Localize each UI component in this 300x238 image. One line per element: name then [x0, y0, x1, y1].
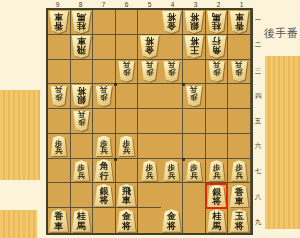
piece-kanji: 歩兵	[146, 61, 154, 77]
shogi-piece-3四[interactable]: 歩兵	[186, 86, 203, 107]
piece-kanji: 歩兵	[168, 61, 176, 77]
file-label-2: 2	[207, 0, 230, 8]
shogi-piece-5七[interactable]: 歩兵	[141, 160, 158, 181]
board-cell-8九: 桂馬	[71, 208, 94, 233]
piece-body: 歩兵	[208, 160, 225, 181]
turn-indicator: 後手番	[262, 26, 300, 41]
piece-body: 銀将	[94, 184, 114, 207]
board-cell-7一	[93, 10, 116, 35]
board-cell-9八	[48, 183, 71, 208]
piece-kanji: 金将	[167, 11, 176, 31]
board-cell-4二	[161, 35, 184, 60]
shogi-piece-4九[interactable]: 金将	[162, 209, 182, 232]
shogi-piece-7四[interactable]: 歩兵	[95, 86, 112, 107]
shogi-piece-2九[interactable]: 桂馬	[207, 209, 227, 232]
piece-kanji: 歩兵	[123, 61, 131, 77]
file-coordinates: 987654321	[46, 0, 253, 8]
shogi-piece-2三[interactable]: 歩兵	[208, 61, 225, 82]
piece-kanji: 角行	[99, 162, 108, 182]
piece-kanji: 歩兵	[78, 164, 86, 180]
shogi-app: 987654321 一二三四五六七八九 後手番 香車桂馬金将銀将桂馬香車飛車金将…	[0, 0, 300, 238]
board-cell-6八: 飛車	[116, 183, 139, 208]
board-cell-8二: 飛車	[71, 35, 94, 60]
board-cell-2一: 桂馬	[206, 10, 229, 35]
piece-body: 銀将	[207, 185, 227, 208]
piece-kanji: 飛車	[77, 35, 86, 55]
board-cell-4一: 金将	[161, 10, 184, 35]
piece-kanji: 香車	[54, 212, 63, 232]
piece-body: 歩兵	[163, 61, 180, 82]
shogi-piece-6九[interactable]: 金将	[116, 209, 136, 232]
rank-label-五: 五	[253, 109, 264, 134]
shogi-piece-8五[interactable]: 歩兵	[73, 111, 90, 132]
board-cell-9三	[48, 60, 71, 85]
piece-body: 歩兵	[95, 86, 112, 107]
shogi-piece-2一[interactable]: 桂馬	[207, 11, 227, 34]
shogi-piece-2二[interactable]: 角行	[207, 35, 227, 58]
piece-body: 歩兵	[118, 61, 135, 82]
piece-kanji: 飛車	[122, 187, 131, 207]
rank-label-九: 九	[253, 210, 264, 235]
piece-body: 角行	[207, 35, 227, 58]
board-cell-8七: 歩兵	[71, 159, 94, 184]
board-cell-2四	[206, 84, 229, 109]
file-label-1: 1	[230, 0, 253, 8]
piece-body: 玉将	[229, 209, 249, 232]
board-cell-9四: 歩兵	[48, 84, 71, 109]
shogi-piece-3二[interactable]: 王将	[184, 35, 204, 58]
file-label-7: 7	[92, 0, 115, 8]
piece-kanji: 香車	[235, 188, 244, 208]
board-cell-4五	[161, 109, 184, 134]
piece-kanji: 歩兵	[168, 164, 176, 180]
rank-label-八: 八	[253, 185, 264, 210]
file-label-3: 3	[184, 0, 207, 8]
board-cell-6二	[116, 35, 139, 60]
board-cell-7六: 歩兵	[93, 134, 116, 159]
piece-kanji: 香車	[54, 11, 63, 31]
piece-body: 歩兵	[50, 136, 67, 157]
board-cell-5九	[138, 208, 161, 233]
shogi-board: 香車桂馬金将銀将桂馬香車飛車金将王将角行歩兵歩兵歩兵歩兵歩兵歩兵銀将歩兵歩兵歩兵…	[46, 8, 253, 235]
board-cell-5一	[138, 10, 161, 35]
board-cell-7八: 銀将	[93, 183, 116, 208]
board-cell-4八	[161, 183, 184, 208]
rank-label-四: 四	[253, 84, 264, 109]
shogi-piece-2七[interactable]: 歩兵	[208, 160, 225, 181]
board-cell-3八	[183, 183, 206, 208]
piece-kanji: 歩兵	[55, 86, 63, 102]
shogi-piece-8四[interactable]: 銀将	[71, 85, 91, 108]
piece-kanji: 銀将	[99, 187, 108, 207]
piece-body: 角行	[94, 159, 114, 182]
board-cell-8一: 桂馬	[71, 10, 94, 35]
shogi-piece-5三[interactable]: 歩兵	[141, 61, 158, 82]
piece-kanji: 銀将	[190, 11, 199, 31]
board-cell-3九	[183, 208, 206, 233]
piece-body: 桂馬	[71, 11, 91, 34]
board-cell-3一: 銀将	[183, 10, 206, 35]
piece-body: 歩兵	[141, 61, 158, 82]
shogi-piece-9六[interactable]: 歩兵	[50, 136, 67, 157]
board-cell-9九: 香車	[48, 208, 71, 233]
shogi-piece-8七[interactable]: 歩兵	[73, 160, 90, 181]
piece-kanji: 金将	[145, 35, 154, 55]
piece-body: 香車	[229, 11, 249, 34]
board-cell-2六	[206, 134, 229, 159]
board-cell-4四	[161, 84, 184, 109]
board-cell-1九: 玉将	[228, 208, 251, 233]
board-cell-4七: 歩兵	[161, 159, 184, 184]
board-cell-2八: 銀将	[206, 183, 229, 208]
shogi-piece-1七[interactable]: 歩兵	[231, 160, 248, 181]
board-cell-7九	[93, 208, 116, 233]
piece-body: 金将	[162, 209, 182, 232]
gote-komadai-left	[0, 90, 40, 180]
shogi-piece-6三[interactable]: 歩兵	[118, 61, 135, 82]
shogi-piece-9一[interactable]: 香車	[49, 11, 69, 34]
shogi-piece-1三[interactable]: 歩兵	[231, 61, 248, 82]
piece-body: 歩兵	[163, 160, 180, 181]
rank-label-六: 六	[253, 134, 264, 159]
shogi-piece-3七[interactable]: 歩兵	[186, 160, 203, 181]
board-cell-5二: 金将	[138, 35, 161, 60]
board-cell-1五	[228, 109, 251, 134]
piece-kanji: 銀将	[77, 85, 86, 105]
piece-body: 歩兵	[186, 160, 203, 181]
piece-body: 金将	[162, 11, 182, 34]
piece-body: 歩兵	[186, 86, 203, 107]
shogi-piece-7六[interactable]: 歩兵	[95, 136, 112, 157]
shogi-piece-7八[interactable]: 銀将	[94, 184, 114, 207]
piece-kanji: 歩兵	[146, 164, 154, 180]
board-cell-4九: 金将	[161, 208, 184, 233]
board-cell-6五	[116, 109, 139, 134]
piece-body: 王将	[184, 35, 204, 58]
board-cell-8四: 銀将	[71, 84, 94, 109]
shogi-piece-1一[interactable]: 香車	[229, 11, 249, 34]
board-cell-1六	[228, 134, 251, 159]
shogi-piece-8一[interactable]: 桂馬	[71, 11, 91, 34]
piece-kanji: 歩兵	[123, 140, 131, 156]
piece-body: 歩兵	[73, 160, 90, 181]
board-cell-6四	[116, 84, 139, 109]
board-cell-1八: 香車	[228, 183, 251, 208]
board-cell-5八	[138, 183, 161, 208]
piece-kanji: 桂馬	[212, 11, 221, 31]
piece-kanji: 王将	[190, 35, 199, 55]
board-cell-6一	[116, 10, 139, 35]
hoshi-dot	[114, 158, 117, 161]
piece-body: 歩兵	[231, 160, 248, 181]
piece-body: 銀将	[184, 11, 204, 34]
shogi-piece-7七[interactable]: 角行	[94, 159, 114, 182]
board-cell-3二: 王将	[183, 35, 206, 60]
shogi-piece-2八[interactable]: 銀将	[207, 185, 227, 208]
shogi-piece-6六[interactable]: 歩兵	[118, 136, 135, 157]
board-cell-6七	[116, 159, 139, 184]
board-cell-1三: 歩兵	[228, 60, 251, 85]
piece-body: 歩兵	[141, 160, 158, 181]
piece-body: 桂馬	[71, 209, 91, 232]
piece-kanji: 銀将	[212, 188, 221, 208]
board-cell-3五	[183, 109, 206, 134]
piece-body: 香車	[49, 209, 69, 232]
piece-kanji: 歩兵	[55, 140, 63, 156]
piece-body: 香車	[49, 11, 69, 34]
board-cell-7二	[93, 35, 116, 60]
piece-kanji: 桂馬	[77, 11, 86, 31]
board-cell-2九: 桂馬	[206, 208, 229, 233]
board-cell-8五: 歩兵	[71, 109, 94, 134]
shogi-piece-6八[interactable]: 飛車	[116, 184, 136, 207]
board-cell-3三	[183, 60, 206, 85]
piece-body: 歩兵	[231, 61, 248, 82]
rank-label-三: 三	[253, 58, 264, 83]
board-cell-7七: 角行	[93, 159, 116, 184]
board-cell-2二: 角行	[206, 35, 229, 60]
hoshi-dot	[182, 83, 185, 86]
board-cell-6六: 歩兵	[116, 134, 139, 159]
piece-kanji: 香車	[235, 11, 244, 31]
file-label-6: 6	[115, 0, 138, 8]
board-cell-8八	[71, 183, 94, 208]
file-label-9: 9	[46, 0, 69, 8]
piece-body: 歩兵	[95, 136, 112, 157]
piece-kanji: 玉将	[235, 212, 244, 232]
sente-komadai-left	[0, 210, 37, 238]
piece-body: 金将	[139, 35, 159, 58]
piece-body: 桂馬	[207, 209, 227, 232]
piece-body: 歩兵	[73, 111, 90, 132]
shogi-piece-8二[interactable]: 飛車	[71, 35, 91, 58]
board-cell-6九: 金将	[116, 208, 139, 233]
shogi-piece-4七[interactable]: 歩兵	[163, 160, 180, 181]
piece-kanji: 歩兵	[190, 164, 198, 180]
piece-kanji: 角行	[212, 35, 221, 55]
piece-body: 銀将	[71, 85, 91, 108]
board-cell-1一: 香車	[228, 10, 251, 35]
board-cell-6三: 歩兵	[116, 60, 139, 85]
piece-kanji: 歩兵	[235, 61, 243, 77]
piece-kanji: 金将	[167, 212, 176, 232]
shogi-piece-9九[interactable]: 香車	[49, 209, 69, 232]
komadai-right	[265, 56, 300, 229]
board-cell-8六	[71, 134, 94, 159]
board-cell-5七: 歩兵	[138, 159, 161, 184]
board-cell-9七	[48, 159, 71, 184]
shogi-piece-5二[interactable]: 金将	[139, 35, 159, 58]
piece-kanji: 歩兵	[213, 164, 221, 180]
shogi-piece-4一[interactable]: 金将	[162, 11, 182, 34]
board-cell-4三: 歩兵	[161, 60, 184, 85]
board-cell-1二	[228, 35, 251, 60]
piece-kanji: 桂馬	[212, 212, 221, 232]
shogi-piece-9四[interactable]: 歩兵	[50, 86, 67, 107]
board-cell-9五	[48, 109, 71, 134]
file-label-8: 8	[69, 0, 92, 8]
board-cell-5三: 歩兵	[138, 60, 161, 85]
piece-kanji: 歩兵	[190, 86, 198, 102]
piece-body: 香車	[229, 185, 249, 208]
board-cell-2五	[206, 109, 229, 134]
piece-kanji: 歩兵	[100, 86, 108, 102]
piece-body: 歩兵	[208, 61, 225, 82]
board-cell-2七: 歩兵	[206, 159, 229, 184]
piece-kanji: 歩兵	[213, 61, 221, 77]
piece-kanji: 歩兵	[78, 111, 86, 127]
board-cell-5六	[138, 134, 161, 159]
piece-body: 飛車	[116, 184, 136, 207]
board-cell-9二	[48, 35, 71, 60]
piece-kanji: 金将	[122, 212, 131, 232]
piece-body: 金将	[116, 209, 136, 232]
shogi-piece-3一[interactable]: 銀将	[184, 11, 204, 34]
shogi-piece-1八[interactable]: 香車	[229, 185, 249, 208]
board-cell-3六	[183, 134, 206, 159]
piece-kanji: 桂馬	[77, 212, 86, 232]
board-cell-4六	[161, 134, 184, 159]
rank-coordinates: 一二三四五六七八九	[253, 8, 264, 235]
board-cell-7四: 歩兵	[93, 84, 116, 109]
board-cell-3七: 歩兵	[183, 159, 206, 184]
board-cell-1四	[228, 84, 251, 109]
rank-label-七: 七	[253, 159, 264, 184]
board-cell-9一: 香車	[48, 10, 71, 35]
piece-body: 飛車	[71, 35, 91, 58]
shogi-piece-1九[interactable]: 玉将	[229, 209, 249, 232]
file-label-4: 4	[161, 0, 184, 8]
piece-body: 桂馬	[207, 11, 227, 34]
piece-body: 歩兵	[50, 86, 67, 107]
shogi-piece-4三[interactable]: 歩兵	[163, 61, 180, 82]
board-cell-8三	[71, 60, 94, 85]
board-cell-1七: 歩兵	[228, 159, 251, 184]
board-cell-7五	[93, 109, 116, 134]
board-cell-5五	[138, 109, 161, 134]
shogi-piece-8九[interactable]: 桂馬	[71, 209, 91, 232]
piece-kanji: 歩兵	[235, 164, 243, 180]
board-cell-5四	[138, 84, 161, 109]
board-cell-2三: 歩兵	[206, 60, 229, 85]
board-cell-3四: 歩兵	[183, 84, 206, 109]
hoshi-dot	[182, 158, 185, 161]
piece-body: 歩兵	[118, 136, 135, 157]
board-cell-9六: 歩兵	[48, 134, 71, 159]
piece-kanji: 歩兵	[100, 140, 108, 156]
file-label-5: 5	[138, 0, 161, 8]
board-cell-7三	[93, 60, 116, 85]
